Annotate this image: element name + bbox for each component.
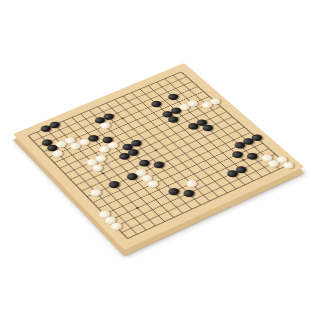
hoshi-point bbox=[154, 149, 158, 151]
hoshi-point bbox=[136, 207, 140, 209]
go-board bbox=[13, 63, 304, 250]
hoshi-point bbox=[101, 172, 105, 174]
go-board-photo bbox=[0, 0, 320, 320]
hoshi-point bbox=[121, 117, 124, 119]
